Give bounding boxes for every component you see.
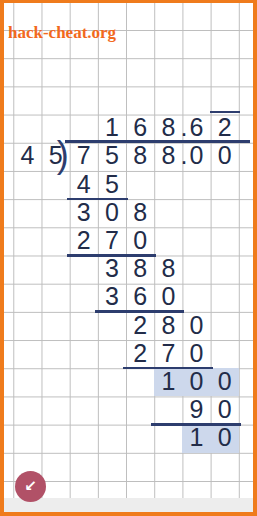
digit-cell: 2	[126, 340, 154, 368]
remainder-digit-cell: 0	[211, 425, 239, 453]
digit-cell: 3	[98, 256, 126, 284]
digit-cell: 4	[70, 171, 98, 199]
digit-cell: 0	[98, 199, 126, 227]
digit-cell: 3	[98, 284, 126, 312]
subtraction-line	[67, 254, 157, 257]
watermark: hack-cheat.org	[8, 23, 116, 43]
digit-cell: 2	[211, 115, 239, 143]
subtraction-line	[123, 367, 213, 370]
subtraction-line	[151, 423, 241, 426]
digit-cell: 2	[70, 227, 98, 255]
digit-cell: 2	[126, 312, 154, 340]
digit-cell: 7)	[70, 143, 98, 171]
digit-cell: 7	[98, 227, 126, 255]
long-division-board: 168.62457)588.00453082703883602802701009…	[13, 115, 239, 453]
bottom-bar	[4, 498, 253, 512]
digit-cell: 6	[126, 284, 154, 312]
digit-cell: 6	[126, 115, 154, 143]
digit-cell: 8.	[154, 143, 182, 171]
division-vinculum	[65, 140, 250, 143]
digit-cell: 4	[13, 143, 41, 171]
digit-cell: 0	[211, 396, 239, 424]
digit-cell: 0	[182, 312, 210, 340]
remainder-digit-cell: 0	[211, 368, 239, 396]
digit-cell: 0	[211, 143, 239, 171]
digit-cell: 8	[154, 256, 182, 284]
digit-cell: 8.	[154, 115, 182, 143]
digit-cell: 3	[70, 199, 98, 227]
digit-cell: 8	[154, 312, 182, 340]
math-solver-screen: { "game": "long-division (math worksheet…	[0, 0, 257, 516]
digit-cell: 0	[126, 227, 154, 255]
digit-cell: 8	[126, 256, 154, 284]
arrow-down-left-icon: ↙	[24, 479, 37, 494]
digit-cell: 0	[154, 284, 182, 312]
digit-cell: 0	[182, 340, 210, 368]
digit-cell: 5	[98, 171, 126, 199]
collapse-button[interactable]: ↙	[15, 471, 46, 502]
remainder-digit-cell: 1	[154, 368, 182, 396]
remainder-digit-cell: 0	[182, 368, 210, 396]
remainder-digit-cell: 1	[182, 425, 210, 453]
digit-cell: 6	[182, 115, 210, 143]
digit-cell: 0	[182, 143, 210, 171]
digit-cell: 8	[126, 143, 154, 171]
subtraction-line	[67, 198, 128, 201]
digit-cell: 5	[98, 143, 126, 171]
subtraction-line	[95, 310, 185, 313]
digit-cell: 8	[126, 199, 154, 227]
digit-cell: 7	[154, 340, 182, 368]
digit-cell: 1	[98, 115, 126, 143]
digit-cell: 9	[182, 396, 210, 424]
